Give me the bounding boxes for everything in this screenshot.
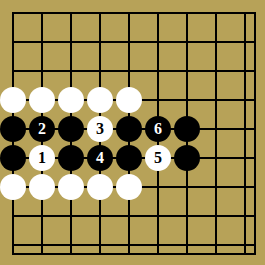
move-number: 4 <box>96 150 104 166</box>
move-number: 3 <box>96 121 104 137</box>
stone-white <box>58 174 84 200</box>
grid-line-horizontal <box>12 215 256 217</box>
stone-white <box>29 87 55 113</box>
stone-black-move-4: 4 <box>87 145 113 171</box>
stone-black <box>0 116 26 142</box>
stone-black-move-2: 2 <box>29 116 55 142</box>
move-number: 2 <box>38 121 46 137</box>
stone-white <box>116 87 142 113</box>
stone-white <box>0 174 26 200</box>
stone-white <box>87 87 113 113</box>
stone-white-move-1: 1 <box>29 145 55 171</box>
stone-black <box>174 116 200 142</box>
stone-black <box>116 116 142 142</box>
grid-line-vertical <box>244 12 246 255</box>
grid-line-vertical-clip-border <box>254 12 256 255</box>
grid-line-vertical <box>215 12 217 255</box>
grid-line-horizontal <box>12 70 256 72</box>
move-number: 5 <box>154 150 162 166</box>
go-board[interactable]: 236145 <box>0 0 265 265</box>
stone-black <box>58 116 84 142</box>
stone-white <box>0 87 26 113</box>
grid-line-horizontal <box>12 244 256 246</box>
stone-white <box>87 174 113 200</box>
stone-white-move-3: 3 <box>87 116 113 142</box>
stone-white <box>29 174 55 200</box>
stone-black <box>0 145 26 171</box>
grid-line-horizontal <box>12 12 256 14</box>
grid-line-horizontal <box>12 41 256 43</box>
stone-black <box>58 145 84 171</box>
move-number: 1 <box>38 150 46 166</box>
grid-line-horizontal-clip-border <box>12 253 256 255</box>
stone-black <box>116 145 142 171</box>
stone-white-move-5: 5 <box>145 145 171 171</box>
stone-black-move-6: 6 <box>145 116 171 142</box>
stone-white <box>116 174 142 200</box>
stone-white <box>58 87 84 113</box>
stone-black <box>174 145 200 171</box>
move-number: 6 <box>154 121 162 137</box>
